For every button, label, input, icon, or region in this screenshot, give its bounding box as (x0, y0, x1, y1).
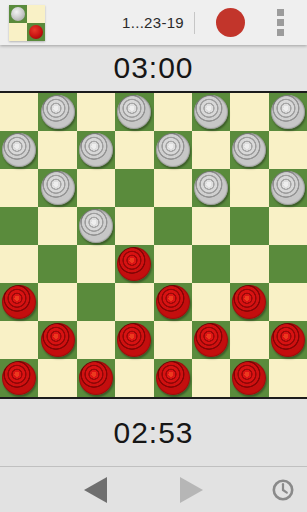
square-r6c2 (38, 283, 76, 321)
clock-icon (271, 478, 295, 502)
back-button[interactable] (72, 467, 118, 512)
white-man[interactable] (79, 209, 113, 243)
red-man[interactable] (156, 361, 190, 395)
square-r3c5 (154, 169, 192, 207)
square-r8c6 (192, 359, 230, 397)
square-r2c3[interactable] (77, 131, 115, 169)
square-r4c6 (192, 207, 230, 245)
square-r7c1 (0, 321, 38, 359)
red-man[interactable] (232, 361, 266, 395)
red-man[interactable] (117, 247, 151, 281)
square-r5c2[interactable] (38, 245, 76, 283)
white-man[interactable] (156, 133, 190, 167)
square-r6c5[interactable] (154, 283, 192, 321)
square-r2c4 (115, 131, 153, 169)
square-r8c2 (38, 359, 76, 397)
square-r3c6[interactable] (192, 169, 230, 207)
square-r2c1[interactable] (0, 131, 38, 169)
square-r6c6 (192, 283, 230, 321)
icon-red-man (29, 25, 43, 39)
square-r1c3 (77, 93, 115, 131)
square-r6c4 (115, 283, 153, 321)
square-r7c4[interactable] (115, 321, 153, 359)
white-man[interactable] (2, 133, 36, 167)
square-r5c4[interactable] (115, 245, 153, 283)
white-man[interactable] (194, 95, 228, 129)
menu-dot (277, 19, 284, 26)
square-r6c7[interactable] (230, 283, 268, 321)
square-r2c2 (38, 131, 76, 169)
square-r1c6[interactable] (192, 93, 230, 131)
menu-dot (277, 29, 284, 36)
red-man[interactable] (79, 361, 113, 395)
nav-bar (0, 467, 307, 512)
red-man[interactable] (232, 285, 266, 319)
red-man[interactable] (156, 285, 190, 319)
action-bar-divider (194, 12, 195, 34)
action-bar: 1...23-19 (0, 0, 307, 45)
square-r3c3 (77, 169, 115, 207)
square-r1c5 (154, 93, 192, 131)
white-clock: 03:00 (0, 45, 307, 91)
back-arrow-icon (84, 477, 107, 503)
square-r3c7 (230, 169, 268, 207)
square-r7c6[interactable] (192, 321, 230, 359)
square-r8c1[interactable] (0, 359, 38, 397)
square-r8c4 (115, 359, 153, 397)
icon-square-cream (27, 5, 45, 23)
square-r8c5[interactable] (154, 359, 192, 397)
square-r8c3[interactable] (77, 359, 115, 397)
square-r4c3[interactable] (77, 207, 115, 245)
square-r6c1[interactable] (0, 283, 38, 321)
red-clock: 02:53 (0, 399, 307, 466)
white-man[interactable] (41, 171, 75, 205)
white-man[interactable] (232, 133, 266, 167)
square-r4c8 (269, 207, 307, 245)
square-r7c7 (230, 321, 268, 359)
icon-square-cream (9, 23, 27, 41)
square-r6c8 (269, 283, 307, 321)
square-r5c8[interactable] (269, 245, 307, 283)
white-man[interactable] (79, 133, 113, 167)
square-r7c8[interactable] (269, 321, 307, 359)
square-r4c7[interactable] (230, 207, 268, 245)
square-r2c5[interactable] (154, 131, 192, 169)
red-man[interactable] (2, 285, 36, 319)
square-r3c8[interactable] (269, 169, 307, 207)
red-man[interactable] (2, 361, 36, 395)
white-man[interactable] (117, 95, 151, 129)
square-r5c5 (154, 245, 192, 283)
square-r3c4[interactable] (115, 169, 153, 207)
square-r7c2[interactable] (38, 321, 76, 359)
icon-white-man (11, 7, 25, 21)
square-r4c1[interactable] (0, 207, 38, 245)
square-r1c7 (230, 93, 268, 131)
square-r2c7[interactable] (230, 131, 268, 169)
square-r8c7[interactable] (230, 359, 268, 397)
square-r5c7 (230, 245, 268, 283)
white-man[interactable] (194, 171, 228, 205)
app-window: 1...23-19 03:00 02:53 (0, 0, 307, 512)
white-man[interactable] (271, 171, 305, 205)
turn-indicator (216, 8, 245, 37)
app-launcher-icon (9, 5, 45, 41)
white-man[interactable] (271, 95, 305, 129)
square-r4c2 (38, 207, 76, 245)
white-man[interactable] (41, 95, 75, 129)
square-r5c3 (77, 245, 115, 283)
red-man[interactable] (117, 323, 151, 357)
red-man[interactable] (41, 323, 75, 357)
square-r1c2[interactable] (38, 93, 76, 131)
forward-arrow-icon (180, 477, 203, 503)
icon-square-green (27, 23, 45, 41)
square-r1c4[interactable] (115, 93, 153, 131)
forward-button[interactable] (168, 467, 214, 512)
square-r1c8[interactable] (269, 93, 307, 131)
square-r1c1 (0, 93, 38, 131)
square-r7c3 (77, 321, 115, 359)
square-r7c5 (154, 321, 192, 359)
square-r3c2[interactable] (38, 169, 76, 207)
overflow-menu-icon[interactable] (277, 9, 284, 36)
square-r5c1 (0, 245, 38, 283)
square-r4c5[interactable] (154, 207, 192, 245)
red-man[interactable] (194, 323, 228, 357)
square-r4c4 (115, 207, 153, 245)
move-display: 1...23-19 (122, 14, 184, 31)
square-r2c6 (192, 131, 230, 169)
square-r2c8 (269, 131, 307, 169)
square-r3c1 (0, 169, 38, 207)
icon-square-green (9, 5, 27, 23)
menu-dot (277, 9, 284, 16)
time-settings-button[interactable] (262, 467, 304, 512)
square-r5c6[interactable] (192, 245, 230, 283)
square-r8c8 (269, 359, 307, 397)
square-r6c3[interactable] (77, 283, 115, 321)
red-man[interactable] (271, 323, 305, 357)
board (0, 91, 307, 399)
